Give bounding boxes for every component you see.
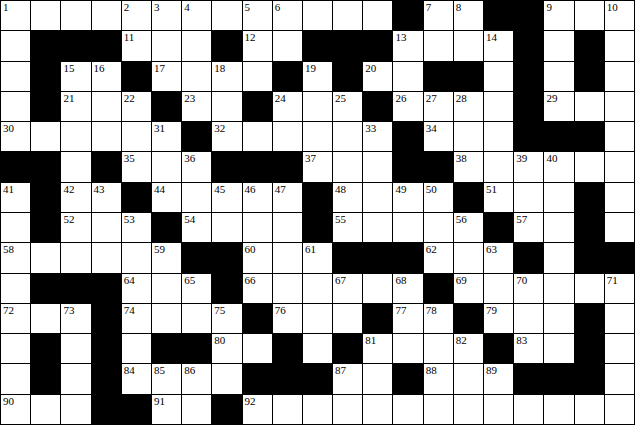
clue-number: 65 <box>184 274 195 286</box>
cell-r4c21[interactable] <box>605 92 634 121</box>
cell-r12c3[interactable] <box>61 334 90 363</box>
cell-r12c8[interactable]: 80 <box>212 334 241 363</box>
cell-r7c4[interactable]: 43 <box>92 183 121 212</box>
cell-r4c20[interactable] <box>575 92 604 121</box>
cell-r5c13[interactable]: 33 <box>363 122 392 151</box>
cell-r7c7[interactable] <box>182 183 211 212</box>
cell-r11c5[interactable]: 74 <box>122 304 151 333</box>
cell-r14c7[interactable] <box>182 395 211 424</box>
cell-r11c14[interactable]: 77 <box>393 304 422 333</box>
cell-r1c2[interactable] <box>31 1 60 30</box>
cell-r6c11[interactable]: 37 <box>303 152 332 181</box>
cell-r8c10[interactable] <box>273 213 302 242</box>
cell-r14c3[interactable] <box>61 395 90 424</box>
clue-number: 18 <box>214 62 225 74</box>
cell-r1c3[interactable] <box>61 1 90 30</box>
cell-r10c1[interactable] <box>1 274 30 303</box>
cell-r12c17 <box>484 334 513 363</box>
cell-r10c18[interactable]: 70 <box>514 274 543 303</box>
cell-r5c6[interactable]: 31 <box>152 122 181 151</box>
cell-r3c16 <box>454 62 483 91</box>
cell-r5c4[interactable] <box>92 122 121 151</box>
clue-number: 23 <box>184 92 195 104</box>
clue-number: 26 <box>395 92 406 104</box>
cell-r8c1[interactable] <box>1 213 30 242</box>
cell-r7c10[interactable]: 47 <box>273 183 302 212</box>
cell-r8c8[interactable] <box>212 213 241 242</box>
cell-r4c12[interactable]: 25 <box>333 92 362 121</box>
cell-r11c21[interactable] <box>605 304 634 333</box>
cell-r14c13[interactable] <box>363 395 392 424</box>
cell-r2c15[interactable] <box>424 31 453 60</box>
cell-r5c3[interactable] <box>61 122 90 151</box>
cell-r8c18[interactable]: 57 <box>514 213 543 242</box>
cell-r6c5[interactable]: 35 <box>122 152 151 181</box>
cell-r8c4[interactable] <box>92 213 121 242</box>
cell-r4c19[interactable]: 29 <box>544 92 573 121</box>
cell-r9c13 <box>363 243 392 272</box>
cell-r3c21[interactable] <box>605 62 634 91</box>
cell-r8c12[interactable]: 55 <box>333 213 362 242</box>
cell-r3c9[interactable] <box>243 62 272 91</box>
cell-r2c6[interactable] <box>152 31 181 60</box>
cell-r11c10[interactable]: 76 <box>273 304 302 333</box>
cell-r11c9 <box>243 304 272 333</box>
cell-r11c15[interactable]: 78 <box>424 304 453 333</box>
cell-r9c16[interactable] <box>454 243 483 272</box>
clue-number: 40 <box>546 152 557 164</box>
cell-r6c16[interactable]: 38 <box>454 152 483 181</box>
cell-r10c2 <box>31 274 60 303</box>
cell-r2c11 <box>303 31 332 60</box>
cell-r3c18 <box>514 62 543 91</box>
clue-number: 91 <box>154 395 165 407</box>
cell-r7c12[interactable]: 48 <box>333 183 362 212</box>
clue-number: 72 <box>3 304 14 316</box>
cell-r5c7 <box>182 122 211 151</box>
cell-r7c6[interactable]: 44 <box>152 183 181 212</box>
cell-r6c14 <box>393 152 422 181</box>
cell-r2c7[interactable] <box>182 31 211 60</box>
cell-r1c4[interactable] <box>92 1 121 30</box>
cell-r2c14[interactable]: 13 <box>393 31 422 60</box>
cell-r1c7[interactable]: 4 <box>182 1 211 30</box>
cell-r12c16[interactable]: 82 <box>454 334 483 363</box>
cell-r13c17[interactable]: 89 <box>484 364 513 393</box>
cell-r12c2 <box>31 334 60 363</box>
cell-r1c8[interactable] <box>212 1 241 30</box>
cell-r14c2[interactable] <box>31 395 60 424</box>
cell-r4c4[interactable] <box>92 92 121 121</box>
clue-number: 43 <box>94 183 105 195</box>
clue-number: 50 <box>426 183 437 195</box>
cell-r7c19[interactable] <box>544 183 573 212</box>
cell-r6c15 <box>424 152 453 181</box>
cell-r3c1[interactable] <box>1 62 30 91</box>
cell-r13c20 <box>575 364 604 393</box>
cell-r4c14[interactable]: 26 <box>393 92 422 121</box>
cell-r14c15[interactable] <box>424 395 453 424</box>
cell-r1c1[interactable]: 1 <box>1 1 30 30</box>
cell-r4c6 <box>152 92 181 121</box>
cell-r8c6 <box>152 213 181 242</box>
cell-r2c3 <box>61 31 90 60</box>
cell-r14c21[interactable] <box>605 395 634 424</box>
cell-r6c12[interactable] <box>333 152 362 181</box>
cell-r13c9 <box>243 364 272 393</box>
cell-r1c21[interactable]: 10 <box>605 1 634 30</box>
cell-r7c14[interactable]: 49 <box>393 183 422 212</box>
cell-r10c5[interactable]: 64 <box>122 274 151 303</box>
cell-r5c16[interactable] <box>454 122 483 151</box>
cell-r8c17 <box>484 213 513 242</box>
cell-r7c17[interactable]: 51 <box>484 183 513 212</box>
cell-r7c21[interactable] <box>605 183 634 212</box>
cell-r10c7[interactable]: 65 <box>182 274 211 303</box>
clue-number: 71 <box>607 274 618 286</box>
cell-r7c15[interactable]: 50 <box>424 183 453 212</box>
clue-number: 6 <box>275 1 281 13</box>
clue-number: 46 <box>245 183 256 195</box>
cell-r4c7[interactable]: 23 <box>182 92 211 121</box>
clue-number: 12 <box>245 31 256 43</box>
cell-r4c3[interactable]: 21 <box>61 92 90 121</box>
cell-r7c18[interactable] <box>514 183 543 212</box>
cell-r5c5[interactable] <box>122 122 151 151</box>
cell-r12c9[interactable] <box>243 334 272 363</box>
clue-number: 66 <box>245 274 256 286</box>
cell-r14c14[interactable] <box>393 395 422 424</box>
cell-r12c18[interactable]: 83 <box>514 334 543 363</box>
cell-r6c19[interactable]: 40 <box>544 152 573 181</box>
clue-number: 35 <box>124 152 135 164</box>
cell-r10c17[interactable] <box>484 274 513 303</box>
cell-r8c2 <box>31 213 60 242</box>
cell-r6c21[interactable] <box>605 152 634 181</box>
cell-r8c11 <box>303 213 332 242</box>
clue-number: 78 <box>426 304 437 316</box>
cell-r9c14 <box>393 243 422 272</box>
cell-r9c15[interactable]: 62 <box>424 243 453 272</box>
clue-number: 24 <box>275 92 286 104</box>
cell-r7c9[interactable]: 46 <box>243 183 272 212</box>
cell-r5c20 <box>575 122 604 151</box>
cell-r12c4 <box>92 334 121 363</box>
cell-r10c6[interactable] <box>152 274 181 303</box>
cell-r1c17 <box>484 1 513 30</box>
cell-r12c14[interactable] <box>393 334 422 363</box>
cell-r9c9[interactable]: 60 <box>243 243 272 272</box>
cell-r4c16[interactable]: 28 <box>454 92 483 121</box>
cell-r2c17[interactable]: 14 <box>484 31 513 60</box>
cell-r10c14[interactable]: 68 <box>393 274 422 303</box>
cell-r11c11[interactable] <box>303 304 332 333</box>
clue-number: 34 <box>426 122 437 134</box>
cell-r2c12 <box>333 31 362 60</box>
cell-r9c1[interactable]: 58 <box>1 243 30 272</box>
clue-number: 20 <box>365 62 376 74</box>
cell-r4c9 <box>243 92 272 121</box>
cell-r11c8[interactable]: 75 <box>212 304 241 333</box>
cell-r3c6[interactable]: 17 <box>152 62 181 91</box>
cell-r11c7[interactable] <box>182 304 211 333</box>
cell-r11c13 <box>363 304 392 333</box>
cell-r6c6[interactable] <box>152 152 181 181</box>
cell-r13c21[interactable] <box>605 364 634 393</box>
clue-number: 86 <box>184 364 195 376</box>
cell-r12c19[interactable] <box>544 334 573 363</box>
cell-r9c6[interactable]: 59 <box>152 243 181 272</box>
cell-r3c7[interactable] <box>182 62 211 91</box>
cell-r1c6[interactable]: 3 <box>152 1 181 30</box>
cell-r12c11[interactable] <box>303 334 332 363</box>
cell-r14c4 <box>92 395 121 424</box>
cell-r5c14 <box>393 122 422 151</box>
cell-r1c13[interactable] <box>363 1 392 30</box>
cell-r10c12[interactable]: 67 <box>333 274 362 303</box>
cell-r11c19[interactable] <box>544 304 573 333</box>
cell-r14c17[interactable] <box>484 395 513 424</box>
cell-r7c16 <box>454 183 483 212</box>
clue-number: 84 <box>124 364 135 376</box>
cell-r1c19[interactable]: 9 <box>544 1 573 30</box>
clue-number: 41 <box>3 183 14 195</box>
cell-r8c9[interactable] <box>243 213 272 242</box>
clue-number: 73 <box>63 304 74 316</box>
cell-r3c3[interactable]: 15 <box>61 62 90 91</box>
cell-r13c3[interactable] <box>61 364 90 393</box>
cell-r14c11[interactable] <box>303 395 332 424</box>
cell-r6c18[interactable]: 39 <box>514 152 543 181</box>
cell-r2c16[interactable] <box>454 31 483 60</box>
cell-r9c10[interactable] <box>273 243 302 272</box>
cell-r2c19[interactable] <box>544 31 573 60</box>
cell-r6c2 <box>31 152 60 181</box>
cell-r9c11[interactable]: 61 <box>303 243 332 272</box>
cell-r14c8 <box>212 395 241 424</box>
cell-r3c4[interactable]: 16 <box>92 62 121 91</box>
cell-r7c5 <box>122 183 151 212</box>
cell-r1c14 <box>393 1 422 30</box>
cell-r5c8[interactable]: 32 <box>212 122 241 151</box>
cell-r6c13[interactable] <box>363 152 392 181</box>
clue-number: 63 <box>486 243 497 255</box>
cell-r5c2[interactable] <box>31 122 60 151</box>
cell-r5c10[interactable] <box>273 122 302 151</box>
cell-r11c2[interactable] <box>31 304 60 333</box>
cell-r9c19[interactable] <box>544 243 573 272</box>
cell-r5c9[interactable] <box>243 122 272 151</box>
cell-r12c7 <box>182 334 211 363</box>
cell-r6c4 <box>92 152 121 181</box>
cell-r4c18 <box>514 92 543 121</box>
cell-r11c3[interactable]: 73 <box>61 304 90 333</box>
cell-r10c19[interactable] <box>544 274 573 303</box>
clue-number: 51 <box>486 183 497 195</box>
cell-r3c14[interactable] <box>393 62 422 91</box>
clue-number: 70 <box>516 274 527 286</box>
cell-r14c19[interactable] <box>544 395 573 424</box>
cell-r13c2 <box>31 364 60 393</box>
cell-r13c4 <box>92 364 121 393</box>
cell-r13c8[interactable] <box>212 364 241 393</box>
cell-r12c10 <box>273 334 302 363</box>
cell-r5c1[interactable]: 30 <box>1 122 30 151</box>
cell-r4c17[interactable] <box>484 92 513 121</box>
cell-r10c21[interactable]: 71 <box>605 274 634 303</box>
cell-r1c12[interactable] <box>333 1 362 30</box>
cell-r14c10[interactable] <box>273 395 302 424</box>
cell-r6c3[interactable] <box>61 152 90 181</box>
clue-number: 49 <box>395 183 406 195</box>
cell-r3c2 <box>31 62 60 91</box>
clue-number: 64 <box>124 274 135 286</box>
cell-r12c13[interactable]: 81 <box>363 334 392 363</box>
cell-r9c3[interactable] <box>61 243 90 272</box>
cell-r13c12[interactable]: 87 <box>333 364 362 393</box>
cell-r9c17[interactable]: 63 <box>484 243 513 272</box>
cell-r8c15[interactable] <box>424 213 453 242</box>
cell-r1c5[interactable]: 2 <box>122 1 151 30</box>
cell-r11c6[interactable] <box>152 304 181 333</box>
cell-r3c8[interactable]: 18 <box>212 62 241 91</box>
cell-r3c13[interactable]: 20 <box>363 62 392 91</box>
cell-r14c1[interactable]: 90 <box>1 395 30 424</box>
clue-number: 76 <box>275 304 286 316</box>
cell-r13c15[interactable]: 88 <box>424 364 453 393</box>
cell-r8c19[interactable] <box>544 213 573 242</box>
cell-r3c12 <box>333 62 362 91</box>
cell-r4c11[interactable] <box>303 92 332 121</box>
cell-r13c7[interactable]: 86 <box>182 364 211 393</box>
clue-number: 13 <box>395 31 406 43</box>
cell-r6c17[interactable] <box>484 152 513 181</box>
cell-r11c12[interactable] <box>333 304 362 333</box>
cell-r8c13[interactable] <box>363 213 392 242</box>
cell-r13c6[interactable]: 85 <box>152 364 181 393</box>
cell-r4c15[interactable]: 27 <box>424 92 453 121</box>
cell-r1c20[interactable] <box>575 1 604 30</box>
clue-number: 59 <box>154 243 165 255</box>
cell-r3c11[interactable]: 19 <box>303 62 332 91</box>
cell-r12c21[interactable] <box>605 334 634 363</box>
clue-number: 22 <box>124 92 135 104</box>
clue-number: 60 <box>245 243 256 255</box>
cell-r14c12[interactable] <box>333 395 362 424</box>
cell-r2c21[interactable] <box>605 31 634 60</box>
cell-r8c7[interactable]: 54 <box>182 213 211 242</box>
cell-r5c11[interactable] <box>303 122 332 151</box>
cell-r11c20 <box>575 304 604 333</box>
cell-r11c17[interactable]: 79 <box>484 304 513 333</box>
clue-number: 75 <box>214 304 225 316</box>
cell-r1c10[interactable]: 6 <box>273 1 302 30</box>
cell-r5c21[interactable] <box>605 122 634 151</box>
cell-r7c3[interactable]: 42 <box>61 183 90 212</box>
clue-number: 87 <box>335 364 346 376</box>
cell-r7c8[interactable]: 45 <box>212 183 241 212</box>
cell-r3c17[interactable] <box>484 62 513 91</box>
cell-r13c1[interactable] <box>1 364 30 393</box>
cell-r8c3[interactable]: 52 <box>61 213 90 242</box>
cell-r9c8 <box>212 243 241 272</box>
cell-r7c20 <box>575 183 604 212</box>
cell-r10c11[interactable] <box>303 274 332 303</box>
cell-r2c1[interactable] <box>1 31 30 60</box>
cell-r2c13 <box>363 31 392 60</box>
cell-r2c5[interactable]: 11 <box>122 31 151 60</box>
cell-r11c1[interactable]: 72 <box>1 304 30 333</box>
cell-r14c9[interactable]: 92 <box>243 395 272 424</box>
cell-r1c11[interactable] <box>303 1 332 30</box>
cell-r9c2[interactable] <box>31 243 60 272</box>
cell-r1c9[interactable]: 5 <box>243 1 272 30</box>
cell-r13c13[interactable] <box>363 364 392 393</box>
cell-r3c19[interactable] <box>544 62 573 91</box>
cell-r14c18[interactable] <box>514 395 543 424</box>
cell-r7c1[interactable]: 41 <box>1 183 30 212</box>
cell-r13c5[interactable]: 84 <box>122 364 151 393</box>
clue-number: 32 <box>214 122 225 134</box>
cell-r2c8 <box>212 31 241 60</box>
cell-r14c20[interactable] <box>575 395 604 424</box>
cell-r14c16[interactable] <box>454 395 483 424</box>
cell-r12c15[interactable] <box>424 334 453 363</box>
cell-r8c16[interactable]: 56 <box>454 213 483 242</box>
cell-r1c16[interactable]: 8 <box>454 1 483 30</box>
cell-r4c8[interactable] <box>212 92 241 121</box>
cell-r12c1[interactable] <box>1 334 30 363</box>
cell-r11c18[interactable] <box>514 304 543 333</box>
cell-r9c4[interactable] <box>92 243 121 272</box>
cell-r5c17[interactable] <box>484 122 513 151</box>
cell-r8c21[interactable] <box>605 213 634 242</box>
cell-r4c10[interactable]: 24 <box>273 92 302 121</box>
cell-r5c15[interactable]: 34 <box>424 122 453 151</box>
clue-number: 90 <box>3 395 14 407</box>
cell-r6c20[interactable] <box>575 152 604 181</box>
clue-number: 8 <box>456 1 462 13</box>
cell-r8c5[interactable]: 53 <box>122 213 151 242</box>
cell-r14c6[interactable]: 91 <box>152 395 181 424</box>
cell-r13c18 <box>514 364 543 393</box>
clue-number: 9 <box>546 1 552 13</box>
cell-r5c12[interactable] <box>333 122 362 151</box>
cell-r12c5[interactable] <box>122 334 151 363</box>
cell-r9c5[interactable] <box>122 243 151 272</box>
cell-r6c7[interactable]: 36 <box>182 152 211 181</box>
clue-number: 52 <box>63 213 74 225</box>
clue-number: 3 <box>154 1 160 13</box>
cell-r1c15[interactable]: 7 <box>424 1 453 30</box>
cell-r10c13[interactable] <box>363 274 392 303</box>
cell-r10c9[interactable]: 66 <box>243 274 272 303</box>
cell-r10c20[interactable] <box>575 274 604 303</box>
cell-r2c10[interactable] <box>273 31 302 60</box>
cell-r4c1[interactable] <box>1 92 30 121</box>
cell-r13c16[interactable] <box>454 364 483 393</box>
clue-number: 14 <box>486 31 497 43</box>
cell-r9c12 <box>333 243 362 272</box>
cell-r7c13[interactable] <box>363 183 392 212</box>
cell-r10c10[interactable] <box>273 274 302 303</box>
cell-r4c5[interactable]: 22 <box>122 92 151 121</box>
cell-r8c14[interactable] <box>393 213 422 242</box>
clue-number: 47 <box>275 183 286 195</box>
cell-r10c16[interactable]: 69 <box>454 274 483 303</box>
cell-r14c5 <box>122 395 151 424</box>
cell-r2c9[interactable]: 12 <box>243 31 272 60</box>
